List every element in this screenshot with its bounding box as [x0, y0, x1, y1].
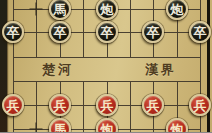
piece-black-soldier[interactable]: 卒: [189, 21, 211, 43]
piece-black-soldier[interactable]: 卒: [142, 21, 164, 43]
xiangqi-board: 楚河 漢界 馬炮炮卒卒卒卒卒兵兵兵兵兵馬炮炮: [0, 0, 212, 132]
piece-red-soldier[interactable]: 兵: [49, 94, 71, 116]
piece-red-soldier[interactable]: 兵: [142, 94, 164, 116]
piece-black-soldier[interactable]: 卒: [49, 21, 71, 43]
piece-red-soldier[interactable]: 兵: [189, 94, 211, 116]
piece-black-soldier[interactable]: 卒: [96, 21, 118, 43]
point-marker: [30, 3, 43, 16]
river-label-chu-river: 楚河: [42, 61, 74, 79]
piece-black-soldier[interactable]: 卒: [2, 21, 24, 43]
river-label-han-border: 漢界: [145, 61, 177, 79]
point-marker: [30, 123, 43, 133]
piece-red-soldier[interactable]: 兵: [96, 94, 118, 116]
piece-red-soldier[interactable]: 兵: [2, 94, 24, 116]
